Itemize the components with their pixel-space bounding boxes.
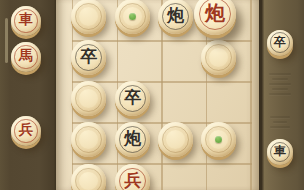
left-tray-red-soldier: 兵 <box>11 116 41 146</box>
piece-character: 炮 <box>205 3 225 23</box>
piece-character: 炮 <box>167 7 184 24</box>
board-grid-line-horizontal <box>72 81 252 83</box>
piece-character: 兵 <box>124 172 141 189</box>
piece-character: 炮 <box>124 130 141 147</box>
left-tray-red-chariot: 車 <box>11 6 41 36</box>
board-grid-line-vertical <box>250 0 252 190</box>
board-r2c4-hidden-piece[interactable] <box>201 40 236 75</box>
board-grid-line-horizontal <box>72 163 252 165</box>
wood-carving-decoration <box>268 113 292 131</box>
piece-character: 馬 <box>19 49 33 63</box>
right-tray-black-chariot: 車 <box>267 139 293 165</box>
tray-scroll-indicator <box>5 18 8 63</box>
piece-character: 車 <box>274 145 286 157</box>
piece-character: 兵 <box>19 123 33 137</box>
green-dot-marker <box>215 136 222 143</box>
green-dot-marker <box>129 13 136 20</box>
wood-carving-decoration <box>267 70 293 98</box>
piece-character: 卒 <box>274 36 286 48</box>
piece-character: 卒 <box>80 48 97 65</box>
left-tray-red-horse: 馬 <box>11 42 41 72</box>
piece-character: 卒 <box>124 89 141 106</box>
piece-character: 車 <box>19 13 33 27</box>
xiangqi-jieqi-game-screen: 炮炮卒卒炮兵車馬兵卒車 <box>0 0 304 190</box>
right-tray-black-soldier: 卒 <box>267 30 293 56</box>
